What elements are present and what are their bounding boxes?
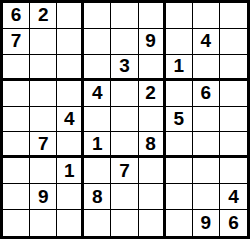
cell-r3c6[interactable] (139, 55, 166, 81)
cell-r4c8[interactable]: 6 (193, 81, 220, 107)
cell-r2c2[interactable] (30, 29, 57, 55)
cell-r6c4[interactable]: 1 (84, 132, 111, 158)
cell-r9c3[interactable] (57, 210, 84, 236)
cell-r7c4[interactable] (84, 158, 111, 184)
cell-r3c2[interactable] (30, 55, 57, 81)
cell-r8c7[interactable] (166, 184, 193, 210)
cell-r6c6[interactable]: 8 (139, 132, 166, 158)
cell-r6c5[interactable] (111, 132, 138, 158)
cell-r2c5[interactable] (111, 29, 138, 55)
cell-r5c9[interactable] (220, 107, 247, 133)
cell-r9c1[interactable] (3, 210, 30, 236)
cell-r2c8[interactable]: 4 (193, 29, 220, 55)
cell-r7c8[interactable] (193, 158, 220, 184)
cell-r9c2[interactable] (30, 210, 57, 236)
cell-r8c9[interactable]: 4 (220, 184, 247, 210)
cell-r6c1[interactable] (3, 132, 30, 158)
cell-r2c3[interactable] (57, 29, 84, 55)
cell-r2c1[interactable]: 7 (3, 29, 30, 55)
cell-r8c1[interactable] (3, 184, 30, 210)
cell-r3c7[interactable]: 1 (166, 55, 193, 81)
cell-r1c7[interactable] (166, 3, 193, 29)
cell-r1c6[interactable] (139, 3, 166, 29)
cell-r7c3[interactable]: 1 (57, 158, 84, 184)
cell-r8c4[interactable]: 8 (84, 184, 111, 210)
cell-r5c8[interactable] (193, 107, 220, 133)
cell-r8c3[interactable] (57, 184, 84, 210)
cell-r1c4[interactable] (84, 3, 111, 29)
sudoku-board: 6279431426457181798496 (0, 0, 250, 239)
cell-r2c4[interactable] (84, 29, 111, 55)
cell-r1c5[interactable] (111, 3, 138, 29)
cell-r1c9[interactable] (220, 3, 247, 29)
cell-r3c8[interactable] (193, 55, 220, 81)
cell-r7c7[interactable] (166, 158, 193, 184)
cell-r5c3[interactable]: 4 (57, 107, 84, 133)
cell-r4c9[interactable] (220, 81, 247, 107)
cell-r9c8[interactable]: 9 (193, 210, 220, 236)
cell-r8c6[interactable] (139, 184, 166, 210)
cell-r4c3[interactable] (57, 81, 84, 107)
cell-r1c3[interactable] (57, 3, 84, 29)
cell-r5c7[interactable]: 5 (166, 107, 193, 133)
cell-r4c4[interactable]: 4 (84, 81, 111, 107)
cell-r4c2[interactable] (30, 81, 57, 107)
cell-r7c6[interactable] (139, 158, 166, 184)
cell-r6c3[interactable] (57, 132, 84, 158)
cell-r4c7[interactable] (166, 81, 193, 107)
cell-r4c6[interactable]: 2 (139, 81, 166, 107)
cell-r3c5[interactable]: 3 (111, 55, 138, 81)
cell-r2c7[interactable] (166, 29, 193, 55)
cell-r4c1[interactable] (3, 81, 30, 107)
cell-r9c7[interactable] (166, 210, 193, 236)
cell-r3c9[interactable] (220, 55, 247, 81)
cell-r9c9[interactable]: 6 (220, 210, 247, 236)
cell-r8c2[interactable]: 9 (30, 184, 57, 210)
cell-r4c5[interactable] (111, 81, 138, 107)
cell-r5c4[interactable] (84, 107, 111, 133)
cell-r3c1[interactable] (3, 55, 30, 81)
cell-r3c3[interactable] (57, 55, 84, 81)
cell-r5c5[interactable] (111, 107, 138, 133)
cell-r6c7[interactable] (166, 132, 193, 158)
cell-r6c9[interactable] (220, 132, 247, 158)
cell-r7c2[interactable] (30, 158, 57, 184)
cell-r7c9[interactable] (220, 158, 247, 184)
cell-r2c9[interactable] (220, 29, 247, 55)
cell-r7c1[interactable] (3, 158, 30, 184)
cell-r6c8[interactable] (193, 132, 220, 158)
cell-r7c5[interactable]: 7 (111, 158, 138, 184)
cell-r5c2[interactable] (30, 107, 57, 133)
cell-r3c4[interactable] (84, 55, 111, 81)
cell-r8c8[interactable] (193, 184, 220, 210)
cell-r9c4[interactable] (84, 210, 111, 236)
cell-r1c8[interactable] (193, 3, 220, 29)
cell-r9c5[interactable] (111, 210, 138, 236)
cell-r1c2[interactable]: 2 (30, 3, 57, 29)
cell-r6c2[interactable]: 7 (30, 132, 57, 158)
cell-r9c6[interactable] (139, 210, 166, 236)
cell-r2c6[interactable]: 9 (139, 29, 166, 55)
cell-r5c6[interactable] (139, 107, 166, 133)
cell-r1c1[interactable]: 6 (3, 3, 30, 29)
cell-r8c5[interactable] (111, 184, 138, 210)
cell-r5c1[interactable] (3, 107, 30, 133)
